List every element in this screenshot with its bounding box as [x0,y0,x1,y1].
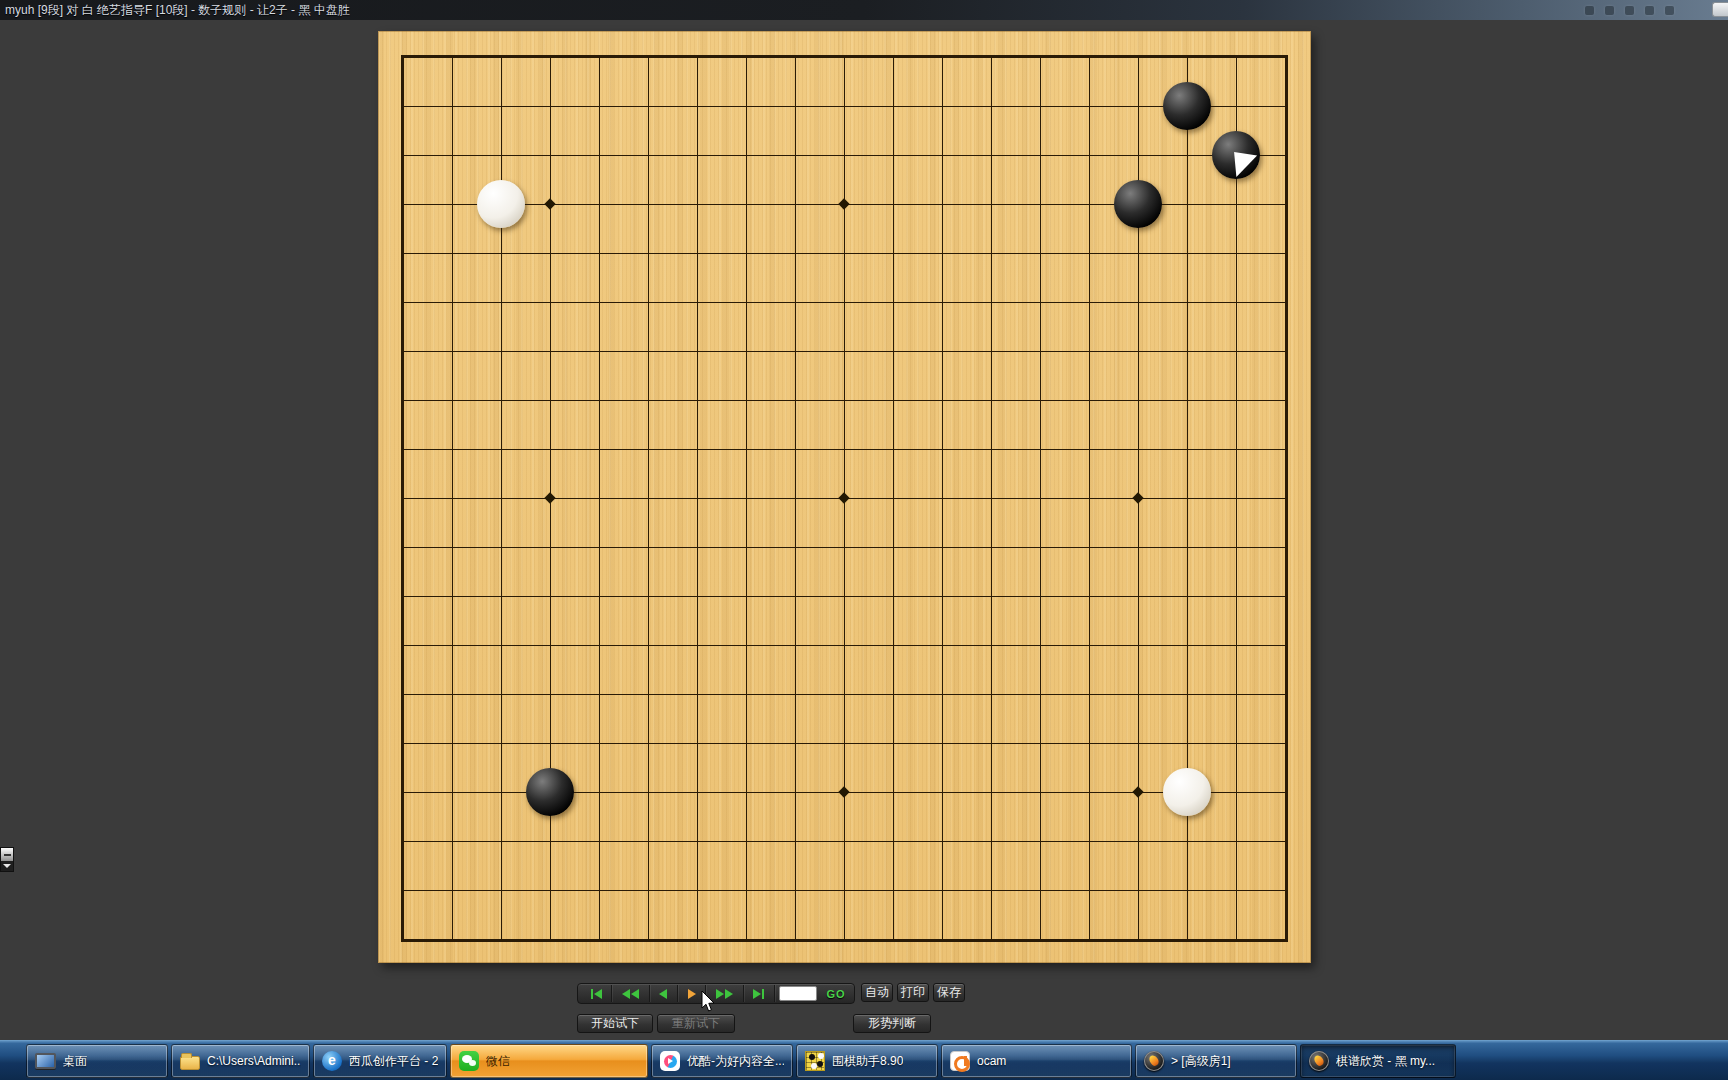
taskbar-item-wechat[interactable]: 微信 [450,1044,648,1078]
auto-button-label: 自动 [865,984,889,1001]
taskbar-item-foxroom[interactable]: > [高级房1] [1135,1044,1297,1078]
browser-blue-icon [322,1051,342,1071]
taskbar-item-userdir[interactable]: C:\Users\Admini... [171,1044,310,1078]
save-button-label: 保存 [937,984,961,1001]
taskbar-item-youku[interactable]: 优酷-为好内容全... [651,1044,793,1078]
first-button[interactable] [581,985,612,1002]
taskbar-item-label: 优酷-为好内容全... [687,1053,784,1070]
step-backward-icon [659,989,667,999]
fox-flame-icon [1144,1051,1164,1071]
mouse-cursor [701,991,716,1013]
back-button[interactable] [650,985,678,1002]
step-first-icon [594,989,602,999]
fox-flame-icon [1309,1051,1329,1071]
taskbar-item-label: 微信 [486,1053,510,1070]
folder-icon [180,1056,200,1070]
fast-forward-icon [716,989,724,999]
window-title: myuh [9段] 对 白 绝艺指导F [10段] - 数子规则 - 让2子 -… [0,2,350,19]
step-last-icon [753,989,761,999]
stone-black-Q16[interactable] [1114,180,1162,228]
step-last-icon [762,989,764,999]
print-button[interactable]: 打印 [897,983,929,1002]
playback-bar: GO [577,983,855,1004]
stone-white-C16[interactable] [477,180,525,228]
fast-backward-icon [631,989,639,999]
youku-icon [660,1051,680,1071]
stones-layer [379,33,1310,964]
save-button[interactable]: 保存 [933,983,965,1002]
taskbar-item-foxkifu[interactable]: 棋谱欣赏 - 黑 my... [1300,1044,1456,1078]
taskbar: e 桌面C:\Users\Admini...西瓜创作平台 - 2...微信优酷-… [0,1040,1728,1080]
stone-black-D4[interactable] [526,768,574,816]
taskbar-item-label: 棋谱欣赏 - 黑 my... [1336,1053,1435,1070]
goban-icon [805,1051,825,1071]
edge-chevron-down-icon[interactable] [1,861,13,871]
go-board[interactable] [378,31,1311,963]
taskbar-item-label: > [高级房1] [1171,1053,1231,1070]
rewind-button[interactable] [612,985,649,1002]
print-button-label: 打印 [901,984,925,1001]
go-button[interactable]: GO [821,985,851,1002]
last-move-marker [1234,152,1257,177]
titlebar-faint-buttons [1585,6,1674,15]
fast-backward-icon [622,989,630,999]
judge-position-label: 形势判断 [868,1015,916,1032]
stone-black-R18[interactable] [1163,82,1211,130]
screen: myuh [9段] 对 白 绝艺指导F [10段] - 数子规则 - 让2子 -… [0,0,1728,1080]
play-icon [688,989,696,999]
titlebar-overlap-window-sliver [1712,2,1728,17]
start-trial-label: 开始试下 [591,1015,639,1032]
fast-forward-icon [725,989,733,999]
taskbar-item-desktop[interactable]: 桌面 [26,1044,168,1078]
start-trial-button[interactable]: 开始试下 [577,1014,653,1033]
step-first-icon [591,989,593,999]
taskbar-item-goassist[interactable]: 围棋助手8.90 [796,1044,938,1078]
edge-minimize-icon[interactable] [1,848,13,861]
reset-trial-label: 重新试下 [672,1015,720,1032]
taskbar-item-label: C:\Users\Admini... [207,1054,301,1068]
taskbar-item-label: ocam [977,1054,1006,1068]
title-bar: myuh [9段] 对 白 绝艺指导F [10段] - 数子规则 - 让2子 -… [0,0,1728,20]
taskbar-item-label: 围棋助手8.90 [832,1053,903,1070]
stone-black-S17[interactable] [1212,131,1260,179]
reset-trial-button[interactable]: 重新试下 [657,1014,735,1033]
ocam-icon [950,1051,970,1071]
taskbar-item-xigua[interactable]: 西瓜创作平台 - 2... [313,1044,447,1078]
desktop-icon [35,1053,56,1069]
auto-button[interactable]: 自动 [861,983,893,1002]
last-button[interactable] [744,985,775,1002]
stone-white-R4[interactable] [1163,768,1211,816]
taskbar-item-label: 西瓜创作平台 - 2... [349,1053,438,1070]
screen-edge-widget[interactable] [0,847,14,872]
taskbar-item-ocam[interactable]: ocam [941,1044,1132,1078]
judge-position-button[interactable]: 形势判断 [853,1014,931,1033]
wechat-icon [459,1051,479,1071]
taskbar-item-label: 桌面 [63,1053,87,1070]
move-number-input[interactable] [779,986,817,1001]
